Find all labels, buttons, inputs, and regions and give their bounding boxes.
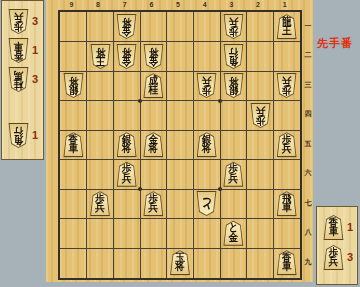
shogi-diagram: 歩兵3香車1桂馬3角行1 987654321 龍王金将歩兵王将金将金将角行銀将成… <box>0 0 360 287</box>
file-label: 7 <box>118 1 132 8</box>
rank-label: 六 <box>301 168 315 178</box>
file-label: 5 <box>171 1 185 8</box>
piece-sente-ginsho-75[interactable]: 銀将 <box>116 132 137 157</box>
piece-sente-ginsho-45[interactable]: 銀将 <box>196 132 217 157</box>
grid-line-vertical <box>246 12 247 278</box>
hand-piece-kyosha[interactable]: 香車 <box>323 215 344 240</box>
piece-sente-narikei-63[interactable]: 成桂 <box>143 73 164 98</box>
board-panel: 987654321 龍王金将歩兵王将金将金将角行銀将成桂歩兵銀将歩兵歩兵香車銀将… <box>46 0 313 282</box>
piece-gote-fuhyo-13[interactable]: 歩兵 <box>276 73 297 98</box>
file-label: 4 <box>198 1 212 8</box>
piece-kanji: 歩兵 <box>8 13 29 32</box>
piece-kanji: 香車 <box>8 42 29 61</box>
piece-kanji: 金将 <box>143 135 164 154</box>
grid-line-vertical <box>193 12 194 278</box>
piece-gote-kinsho-71[interactable]: 金将 <box>116 14 137 39</box>
rank-label: 一 <box>301 21 315 31</box>
piece-sente-hisha-17[interactable]: 飛車 <box>276 191 297 216</box>
piece-kanji: 歩兵 <box>223 18 244 37</box>
piece-kanji: と <box>196 198 217 210</box>
turn-indicator: 先手番 <box>317 36 359 51</box>
piece-kanji: と金 <box>223 223 244 242</box>
piece-sente-gyokusho-59[interactable]: 玉将 <box>170 250 191 275</box>
hand-count: 3 <box>347 251 353 263</box>
file-label: 8 <box>91 1 105 8</box>
piece-sente-fuhyo-67[interactable]: 歩兵 <box>143 191 164 216</box>
piece-sente-ryuo-11[interactable]: 龍王 <box>276 14 297 39</box>
hand-count: 3 <box>32 15 38 27</box>
gote-captured-tray: 歩兵3香車1桂馬3角行1 <box>1 0 44 160</box>
piece-kanji: 銀将 <box>196 135 217 154</box>
board-grid[interactable]: 龍王金将歩兵王将金将金将角行銀将成桂歩兵銀将歩兵歩兵香車銀将金将銀将歩兵歩兵歩兵… <box>58 10 302 280</box>
piece-gote-osho-82[interactable]: 王将 <box>90 44 111 69</box>
piece-sente-tokin-38[interactable]: と金 <box>223 221 244 246</box>
piece-sente-kinsho-65[interactable]: 金将 <box>143 132 164 157</box>
rank-label: 四 <box>301 109 315 119</box>
piece-kanji: 歩兵 <box>90 194 111 213</box>
grid-line-vertical <box>140 12 141 278</box>
rank-label: 八 <box>301 227 315 237</box>
rank-label: 五 <box>301 139 315 149</box>
piece-kanji: 香車 <box>323 218 344 237</box>
piece-gote-fuhyo-24[interactable]: 歩兵 <box>250 103 271 128</box>
piece-gote-ginsho-93[interactable]: 銀将 <box>63 73 84 98</box>
rank-label: 二 <box>301 50 315 60</box>
star-point <box>138 99 142 103</box>
piece-gote-fuhyo-43[interactable]: 歩兵 <box>196 73 217 98</box>
star-point <box>138 187 142 191</box>
hand-piece-fuhyo[interactable]: 歩兵 <box>8 9 29 34</box>
grid-line-vertical <box>273 12 274 278</box>
piece-kanji: 歩兵 <box>143 194 164 213</box>
hand-piece-keima[interactable]: 桂馬 <box>8 67 29 92</box>
piece-gote-tokin-47[interactable]: と <box>196 191 217 216</box>
file-label: 1 <box>278 1 292 8</box>
piece-kanji: 銀将 <box>63 77 84 96</box>
rank-label: 九 <box>301 257 315 267</box>
file-label: 6 <box>144 1 158 8</box>
sente-captured-tray: 香車1歩兵3 <box>316 206 358 285</box>
piece-kanji: 歩兵 <box>223 164 244 183</box>
grid-line-horizontal <box>60 100 300 101</box>
hand-piece-kakugyo[interactable]: 角行 <box>8 123 29 148</box>
grid-line-horizontal <box>60 248 300 249</box>
piece-sente-kyosha-95[interactable]: 香車 <box>63 132 84 157</box>
piece-kanji: 歩兵 <box>116 164 137 183</box>
grid-line-vertical <box>166 12 167 278</box>
grid-line-horizontal <box>60 189 300 190</box>
piece-kanji: 香車 <box>276 253 297 272</box>
piece-gote-ginsho-33[interactable]: 銀将 <box>223 73 244 98</box>
piece-kanji: 歩兵 <box>196 77 217 96</box>
piece-kanji: 金将 <box>116 47 137 66</box>
star-point <box>218 99 222 103</box>
piece-kanji: 王将 <box>90 47 111 66</box>
piece-kanji: 歩兵 <box>323 248 344 267</box>
file-label: 2 <box>251 1 265 8</box>
piece-kanji: 龍王 <box>276 17 297 36</box>
piece-kanji: 銀将 <box>223 77 244 96</box>
piece-kanji: 飛車 <box>276 194 297 213</box>
piece-kanji: 金将 <box>116 18 137 37</box>
piece-kanji: 金将 <box>143 47 164 66</box>
file-label: 9 <box>64 1 78 8</box>
piece-kanji: 角行 <box>223 47 244 66</box>
grid-line-horizontal <box>60 41 300 42</box>
grid-line-horizontal <box>60 130 300 131</box>
grid-line-vertical <box>86 12 87 278</box>
piece-sente-fuhyo-76[interactable]: 歩兵 <box>116 162 137 187</box>
hand-count: 3 <box>32 73 38 85</box>
rank-label: 七 <box>301 198 315 208</box>
piece-sente-fuhyo-36[interactable]: 歩兵 <box>223 162 244 187</box>
piece-kanji: 成桂 <box>143 76 164 95</box>
star-point <box>218 187 222 191</box>
grid-line-horizontal <box>60 159 300 160</box>
grid-line-vertical <box>220 12 221 278</box>
piece-sente-kyosha-19[interactable]: 香車 <box>276 250 297 275</box>
piece-kanji: 歩兵 <box>276 77 297 96</box>
piece-kanji: 歩兵 <box>250 106 271 125</box>
hand-piece-fuhyo[interactable]: 歩兵 <box>323 245 344 270</box>
piece-kanji: 銀将 <box>116 135 137 154</box>
grid-line-horizontal <box>60 71 300 72</box>
hand-count: 1 <box>32 44 38 56</box>
file-label: 3 <box>224 1 238 8</box>
hand-count: 1 <box>32 129 38 141</box>
piece-gote-kinsho-72[interactable]: 金将 <box>116 44 137 69</box>
piece-kanji: 玉将 <box>170 253 191 272</box>
piece-gote-fuhyo-31[interactable]: 歩兵 <box>223 14 244 39</box>
piece-gote-kinsho-62[interactable]: 金将 <box>143 44 164 69</box>
grid-line-vertical <box>113 12 114 278</box>
piece-sente-fuhyo-87[interactable]: 歩兵 <box>90 191 111 216</box>
piece-kanji: 香車 <box>63 135 84 154</box>
rank-label: 三 <box>301 80 315 90</box>
piece-sente-fuhyo-15[interactable]: 歩兵 <box>276 132 297 157</box>
piece-kanji: 歩兵 <box>276 135 297 154</box>
hand-count: 1 <box>347 221 353 233</box>
piece-gote-kakugyo-32[interactable]: 角行 <box>223 44 244 69</box>
piece-kanji: 角行 <box>8 127 29 146</box>
hand-piece-kyosha[interactable]: 香車 <box>8 38 29 63</box>
grid-line-horizontal <box>60 218 300 219</box>
piece-kanji: 桂馬 <box>8 71 29 90</box>
